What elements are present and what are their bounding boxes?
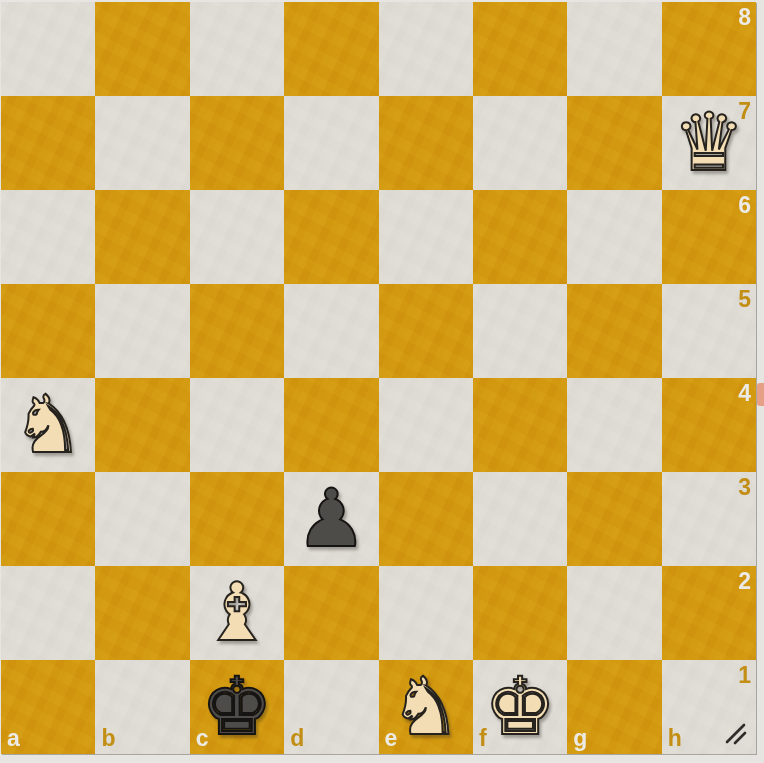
square-b3[interactable] [95, 472, 189, 566]
square-g6[interactable] [567, 190, 661, 284]
square-g3[interactable] [567, 472, 661, 566]
square-b6[interactable] [95, 190, 189, 284]
white-bishop[interactable]: ♝ [190, 566, 284, 660]
square-b8[interactable] [95, 2, 189, 96]
file-label-f: f [479, 727, 487, 750]
square-e2[interactable] [379, 566, 473, 660]
square-h5[interactable]: 5 [662, 284, 756, 378]
square-f1[interactable]: f♚ [473, 660, 567, 754]
chess-board: 87♛65♞4♟3♝2abc♚de♞f♚g1h [1, 2, 756, 754]
square-b2[interactable] [95, 566, 189, 660]
rank-label-2: 2 [738, 570, 751, 593]
square-a3[interactable] [1, 472, 95, 566]
square-g1[interactable]: g [567, 660, 661, 754]
square-g5[interactable] [567, 284, 661, 378]
file-label-d: d [290, 727, 304, 750]
file-label-e: e [385, 727, 398, 750]
file-label-c: c [196, 727, 209, 750]
square-g2[interactable] [567, 566, 661, 660]
square-c6[interactable] [190, 190, 284, 284]
square-c7[interactable] [190, 96, 284, 190]
square-f5[interactable] [473, 284, 567, 378]
diagonal-resize-grip-icon [724, 722, 748, 746]
square-b1[interactable]: b [95, 660, 189, 754]
rank-label-7: 7 [738, 100, 751, 123]
rank-label-8: 8 [738, 6, 751, 29]
file-label-g: g [573, 727, 587, 750]
scrollbar-thumb[interactable] [757, 383, 764, 406]
square-f3[interactable] [473, 472, 567, 566]
square-d1[interactable]: d [284, 660, 378, 754]
square-h4[interactable]: 4 [662, 378, 756, 472]
square-e1[interactable]: e♞ [379, 660, 473, 754]
square-b7[interactable] [95, 96, 189, 190]
square-g4[interactable] [567, 378, 661, 472]
square-f4[interactable] [473, 378, 567, 472]
square-a6[interactable] [1, 190, 95, 284]
square-e6[interactable] [379, 190, 473, 284]
file-label-b: b [101, 727, 115, 750]
square-h6[interactable]: 6 [662, 190, 756, 284]
square-c2[interactable]: ♝ [190, 566, 284, 660]
square-e7[interactable] [379, 96, 473, 190]
square-a2[interactable] [1, 566, 95, 660]
rank-label-6: 6 [738, 194, 751, 217]
square-f7[interactable] [473, 96, 567, 190]
square-a8[interactable] [1, 2, 95, 96]
square-f6[interactable] [473, 190, 567, 284]
white-king[interactable]: ♚ [473, 660, 567, 754]
rank-label-5: 5 [738, 288, 751, 311]
square-d3[interactable]: ♟ [284, 472, 378, 566]
square-d2[interactable] [284, 566, 378, 660]
square-d6[interactable] [284, 190, 378, 284]
file-label-a: a [7, 727, 20, 750]
square-e4[interactable] [379, 378, 473, 472]
square-c4[interactable] [190, 378, 284, 472]
square-d7[interactable] [284, 96, 378, 190]
square-c3[interactable] [190, 472, 284, 566]
square-h7[interactable]: 7♛ [662, 96, 756, 190]
square-d5[interactable] [284, 284, 378, 378]
square-a5[interactable] [1, 284, 95, 378]
square-e5[interactable] [379, 284, 473, 378]
square-d8[interactable] [284, 2, 378, 96]
square-c5[interactable] [190, 284, 284, 378]
white-knight[interactable]: ♞ [1, 378, 95, 472]
square-h2[interactable]: 2 [662, 566, 756, 660]
board-resize-icon[interactable] [724, 722, 748, 746]
black-pawn[interactable]: ♟ [284, 472, 378, 566]
board-grid: 87♛65♞4♟3♝2abc♚de♞f♚g1h [1, 2, 756, 754]
square-c8[interactable] [190, 2, 284, 96]
square-a7[interactable] [1, 96, 95, 190]
square-g8[interactable] [567, 2, 661, 96]
square-e3[interactable] [379, 472, 473, 566]
rank-label-3: 3 [738, 476, 751, 499]
square-c1[interactable]: c♚ [190, 660, 284, 754]
square-f8[interactable] [473, 2, 567, 96]
square-a4[interactable]: ♞ [1, 378, 95, 472]
file-label-h: h [668, 727, 682, 750]
square-a1[interactable]: a [1, 660, 95, 754]
square-b5[interactable] [95, 284, 189, 378]
square-e8[interactable] [379, 2, 473, 96]
rank-label-4: 4 [738, 382, 751, 405]
square-d4[interactable] [284, 378, 378, 472]
rank-label-1: 1 [738, 664, 751, 687]
square-g7[interactable] [567, 96, 661, 190]
square-b4[interactable] [95, 378, 189, 472]
square-h3[interactable]: 3 [662, 472, 756, 566]
square-h8[interactable]: 8 [662, 2, 756, 96]
square-f2[interactable] [473, 566, 567, 660]
